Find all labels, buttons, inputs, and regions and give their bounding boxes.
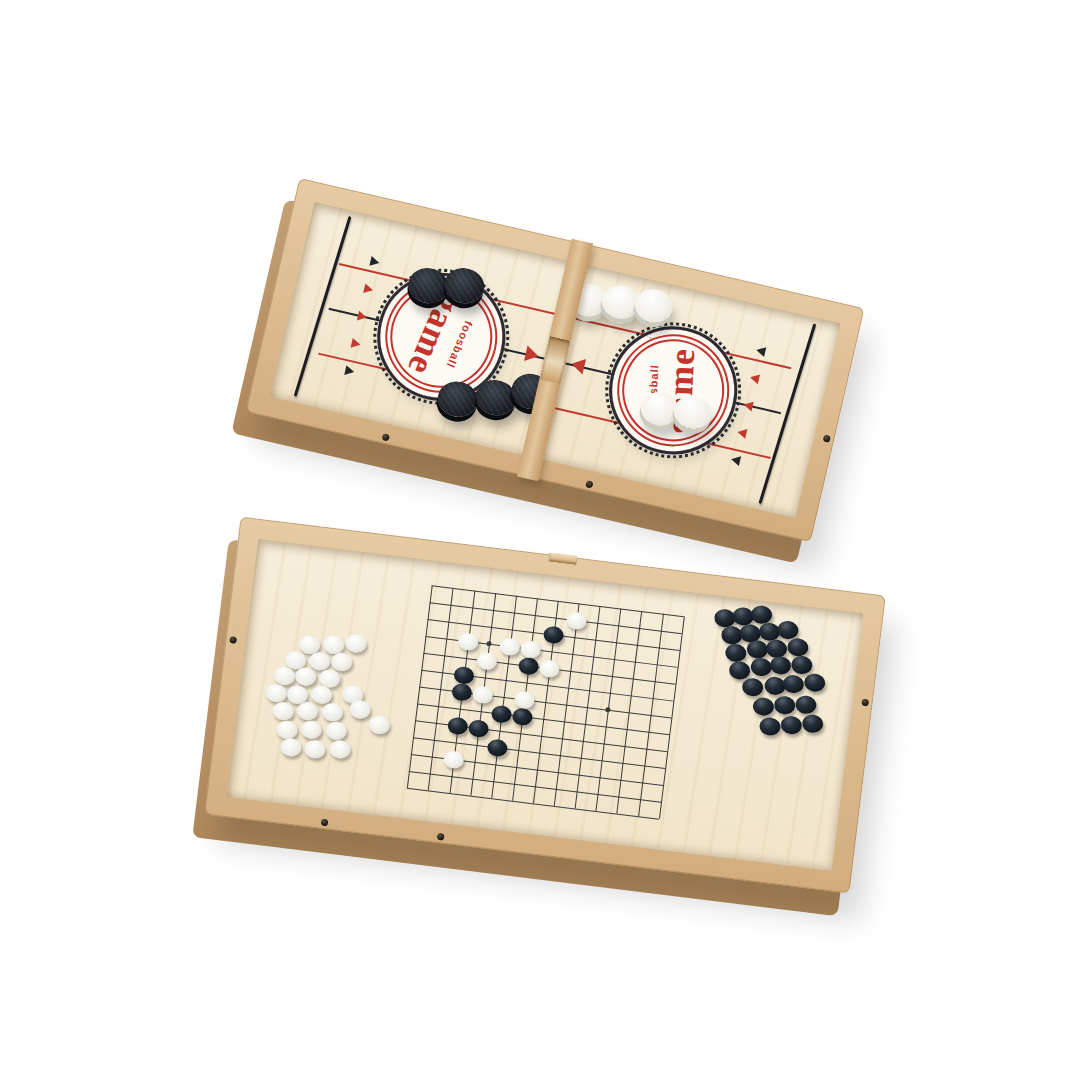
screw bbox=[823, 434, 831, 442]
white-puck bbox=[670, 392, 714, 433]
gomoku-board bbox=[204, 517, 886, 894]
black-stone bbox=[773, 695, 796, 715]
black-stone bbox=[780, 715, 803, 735]
black-stone bbox=[724, 642, 747, 662]
screw bbox=[321, 819, 329, 827]
black-stone bbox=[758, 716, 781, 736]
screw bbox=[382, 433, 390, 441]
sling-puck-board: foosball game ∴ foosball game ∴ bbox=[245, 178, 864, 542]
black-puck bbox=[434, 377, 481, 420]
black-stone bbox=[765, 638, 788, 658]
black-stone bbox=[751, 697, 774, 717]
frame-notch bbox=[549, 552, 578, 564]
white-puck bbox=[631, 285, 675, 326]
black-stone bbox=[802, 713, 825, 733]
black-stone bbox=[795, 694, 818, 714]
black-stone bbox=[804, 673, 827, 693]
black-stone bbox=[742, 677, 765, 697]
black-puck bbox=[441, 264, 488, 307]
screw bbox=[861, 699, 869, 707]
black-stone bbox=[786, 637, 809, 657]
black-stone bbox=[728, 660, 751, 680]
product-photo-scene: foosball game ∴ foosball game ∴ bbox=[0, 0, 1080, 1080]
screw bbox=[437, 833, 445, 841]
black-stone bbox=[769, 656, 792, 676]
screw bbox=[585, 480, 593, 488]
black-stone bbox=[790, 654, 813, 674]
black-stone bbox=[782, 674, 805, 694]
screw bbox=[229, 636, 237, 644]
